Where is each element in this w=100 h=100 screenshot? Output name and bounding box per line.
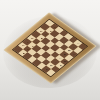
product-photo-scene: ♜♞♝♛♚♝♞♜♟♟♟♟♟♟♟♟♟♟♟♟♟♟♟♟♜♞♝♛♚♝♞♜ [0, 0, 100, 100]
black-rook-glyph: ♜ [47, 67, 53, 74]
white-pawn-glyph: ♟ [20, 47, 26, 54]
